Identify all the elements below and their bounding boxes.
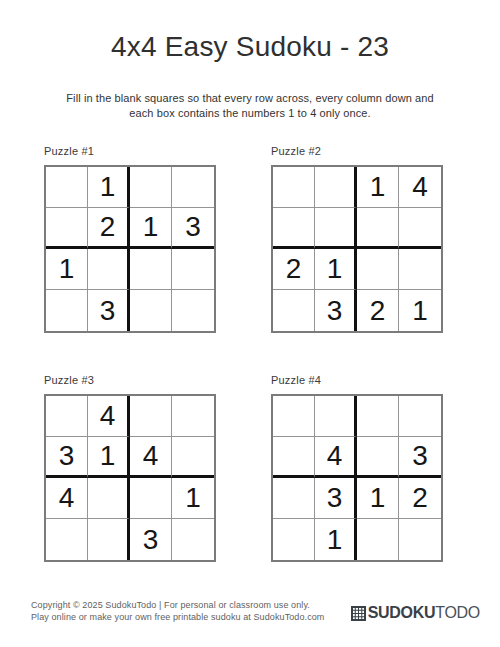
cell-r1c2	[315, 167, 357, 208]
cell-r3c2: 3	[315, 478, 357, 519]
cell-r2c3: 4	[130, 437, 172, 478]
cell-r4c4	[172, 290, 214, 331]
cell-r2c2: 2	[88, 208, 130, 249]
cell-r1c1	[46, 396, 88, 437]
cell-r3c4: 1	[172, 478, 214, 519]
footer-copyright: Copyright © 2025 SudokuTodo | For person…	[31, 600, 324, 623]
cell-r4c1	[46, 290, 88, 331]
cell-r3c1: 2	[273, 249, 315, 290]
cell-r2c4: 3	[399, 437, 441, 478]
cell-r2c1: 3	[46, 437, 88, 478]
puzzle-4-label: Puzzle #4	[271, 374, 461, 386]
instructions-line-1: Fill in the blank squares so that every …	[0, 91, 500, 106]
cell-r4c4	[399, 519, 441, 560]
cell-r3c4	[172, 249, 214, 290]
cell-r1c1	[273, 167, 315, 208]
instructions-line-2: each box contains the numbers 1 to 4 onl…	[0, 106, 500, 121]
cell-r1c4: 4	[399, 167, 441, 208]
cell-r2c1	[273, 437, 315, 478]
sudokutodo-logo: SUDOKUTODO	[351, 604, 480, 622]
cell-r4c2: 1	[315, 519, 357, 560]
cell-r1c3	[130, 167, 172, 208]
puzzle-3-label: Puzzle #3	[44, 374, 234, 386]
cell-r4c1	[46, 519, 88, 560]
cell-r1c1	[46, 167, 88, 208]
cell-r2c1	[46, 208, 88, 249]
grid-logo-icon	[351, 606, 366, 621]
cell-r1c3: 1	[357, 167, 399, 208]
logo-text: SUDOKUTODO	[368, 604, 480, 622]
cell-r4c3	[130, 290, 172, 331]
puzzle-4-section: Puzzle #4 433121	[271, 374, 461, 562]
cell-r3c3	[130, 249, 172, 290]
cell-r2c4	[172, 437, 214, 478]
cell-r4c4	[172, 519, 214, 560]
cell-r4c2	[88, 519, 130, 560]
puzzle-2-grid: 1421321	[271, 165, 443, 333]
cell-r1c3	[357, 396, 399, 437]
cell-r1c1	[273, 396, 315, 437]
cell-r1c2: 4	[88, 396, 130, 437]
cell-r1c2: 1	[88, 167, 130, 208]
cell-r3c3	[357, 249, 399, 290]
cell-r2c2: 1	[88, 437, 130, 478]
cell-r2c4: 3	[172, 208, 214, 249]
cell-r3c3	[130, 478, 172, 519]
cell-r4c4: 1	[399, 290, 441, 331]
cell-r4c1	[273, 519, 315, 560]
puzzle-2-section: Puzzle #2 1421321	[271, 145, 461, 333]
cell-r2c3: 1	[130, 208, 172, 249]
copyright-line-2: Play online or make your own free printa…	[31, 612, 324, 624]
cell-r3c2	[88, 249, 130, 290]
cell-r1c4	[399, 396, 441, 437]
cell-r2c3	[357, 208, 399, 249]
cell-r2c2	[315, 208, 357, 249]
logo-text-sudoku: SUDOKU	[368, 604, 436, 621]
cell-r1c4	[172, 167, 214, 208]
cell-r1c3	[130, 396, 172, 437]
puzzle-1-section: Puzzle #1 121313	[44, 145, 234, 333]
copyright-line-1: Copyright © 2025 SudokuTodo | For person…	[31, 600, 324, 612]
cell-r1c2	[315, 396, 357, 437]
cell-r2c2: 4	[315, 437, 357, 478]
puzzle-1-label: Puzzle #1	[44, 145, 234, 157]
cell-r3c2	[88, 478, 130, 519]
cell-r3c4: 2	[399, 478, 441, 519]
cell-r4c2: 3	[88, 290, 130, 331]
cell-r4c3: 3	[130, 519, 172, 560]
page-title: 4x4 Easy Sudoku - 23	[0, 31, 500, 63]
cell-r4c3: 2	[357, 290, 399, 331]
cell-r3c1: 4	[46, 478, 88, 519]
cell-r3c1: 1	[46, 249, 88, 290]
cell-r3c4	[399, 249, 441, 290]
cell-r3c2: 1	[315, 249, 357, 290]
puzzle-3-grid: 4314413	[44, 394, 216, 562]
instructions: Fill in the blank squares so that every …	[0, 91, 500, 120]
logo-text-todo: TODO	[435, 604, 480, 621]
cell-r3c3: 1	[357, 478, 399, 519]
cell-r1c4	[172, 396, 214, 437]
cell-r2c1	[273, 208, 315, 249]
puzzle-2-label: Puzzle #2	[271, 145, 461, 157]
puzzle-4-grid: 433121	[271, 394, 443, 562]
cell-r2c4	[399, 208, 441, 249]
cell-r4c1	[273, 290, 315, 331]
cell-r2c3	[357, 437, 399, 478]
cell-r4c2: 3	[315, 290, 357, 331]
cell-r3c1	[273, 478, 315, 519]
cell-r4c3	[357, 519, 399, 560]
puzzle-3-section: Puzzle #3 4314413	[44, 374, 234, 562]
puzzle-1-grid: 121313	[44, 165, 216, 333]
